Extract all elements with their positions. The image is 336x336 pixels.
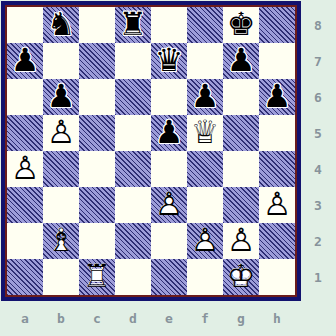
square-c7[interactable]	[79, 43, 115, 79]
square-c8[interactable]	[79, 7, 115, 43]
square-d7[interactable]	[115, 43, 151, 79]
piece-outline: ♙	[227, 224, 256, 256]
square-b2[interactable]: ♝♗	[43, 223, 79, 259]
square-f5[interactable]: ♛♕	[187, 115, 223, 151]
square-h6[interactable]: ♟	[259, 79, 295, 115]
file-label-d: d	[115, 302, 151, 334]
rank-label-4: 4	[303, 151, 333, 187]
square-d3[interactable]	[115, 187, 151, 223]
chess-board-inner-border: ♞♜♚♟♛♟♟♟♟♟♙♟♛♕♟♙♟♙♟♙♝♗♟♙♟♙♜♖♚♔	[5, 5, 297, 297]
piece-outline: ♖	[83, 260, 112, 292]
rank-label-2: 2	[303, 223, 333, 259]
rank-label-3: 3	[303, 187, 333, 223]
piece-glyph: ♚	[227, 8, 256, 40]
black-knight: ♞	[43, 7, 79, 43]
piece-glyph: ♟	[155, 116, 184, 148]
file-label-e: e	[151, 302, 187, 334]
square-h8[interactable]	[259, 7, 295, 43]
rank-label-7: 7	[303, 43, 333, 79]
square-g5[interactable]	[223, 115, 259, 151]
square-d4[interactable]	[115, 151, 151, 187]
black-king: ♚	[223, 7, 259, 43]
square-e7[interactable]: ♛	[151, 43, 187, 79]
piece-glyph: ♟	[47, 80, 76, 112]
square-b1[interactable]	[43, 259, 79, 295]
chess-board: ♞♜♚♟♛♟♟♟♟♟♙♟♛♕♟♙♟♙♟♙♝♗♟♙♟♙♜♖♚♔	[7, 7, 295, 295]
square-g4[interactable]	[223, 151, 259, 187]
square-e2[interactable]	[151, 223, 187, 259]
square-f1[interactable]	[187, 259, 223, 295]
white-pawn: ♟♙	[151, 187, 187, 223]
square-c3[interactable]	[79, 187, 115, 223]
square-e1[interactable]	[151, 259, 187, 295]
file-label-a: a	[7, 302, 43, 334]
rank-label-1: 1	[303, 259, 333, 295]
file-label-g: g	[223, 302, 259, 334]
square-a3[interactable]	[7, 187, 43, 223]
square-c6[interactable]	[79, 79, 115, 115]
piece-glyph: ♛	[155, 44, 184, 76]
rank-labels: 87654321	[303, 7, 333, 295]
chess-board-frame: ♞♜♚♟♛♟♟♟♟♟♙♟♛♕♟♙♟♙♟♙♝♗♟♙♟♙♜♖♚♔	[1, 1, 301, 301]
piece-fill: ♟	[11, 152, 39, 183]
black-pawn: ♟	[187, 79, 223, 115]
square-d2[interactable]	[115, 223, 151, 259]
square-b5[interactable]: ♟♙	[43, 115, 79, 151]
white-bishop: ♝♗	[43, 223, 79, 259]
square-d1[interactable]	[115, 259, 151, 295]
piece-glyph: ♟	[227, 44, 256, 76]
file-label-c: c	[79, 302, 115, 334]
piece-glyph: ♜	[119, 8, 148, 40]
piece-glyph: ♟	[191, 80, 220, 112]
square-g8[interactable]: ♚	[223, 7, 259, 43]
piece-outline: ♙	[47, 116, 76, 148]
square-a4[interactable]: ♟♙	[7, 151, 43, 187]
square-f6[interactable]: ♟	[187, 79, 223, 115]
piece-outline: ♔	[227, 260, 256, 292]
rank-label-6: 6	[303, 79, 333, 115]
square-g2[interactable]: ♟♙	[223, 223, 259, 259]
white-pawn: ♟♙	[259, 187, 295, 223]
piece-fill: ♟	[227, 224, 255, 255]
square-g3[interactable]	[223, 187, 259, 223]
black-pawn: ♟	[43, 79, 79, 115]
black-rook: ♜	[115, 7, 151, 43]
piece-glyph: ♟	[11, 44, 40, 76]
square-a7[interactable]: ♟	[7, 43, 43, 79]
square-c2[interactable]	[79, 223, 115, 259]
square-d5[interactable]	[115, 115, 151, 151]
file-label-f: f	[187, 302, 223, 334]
black-pawn: ♟	[7, 43, 43, 79]
piece-fill: ♟	[155, 188, 183, 219]
piece-glyph: ♞	[47, 8, 76, 40]
white-queen: ♛♕	[187, 115, 223, 151]
piece-fill: ♜	[83, 260, 111, 291]
black-queen: ♛	[151, 43, 187, 79]
white-pawn: ♟♙	[223, 223, 259, 259]
black-pawn: ♟	[223, 43, 259, 79]
white-rook: ♜♖	[79, 259, 115, 295]
white-king: ♚♔	[223, 259, 259, 295]
square-e8[interactable]	[151, 7, 187, 43]
white-pawn: ♟♙	[7, 151, 43, 187]
square-h2[interactable]	[259, 223, 295, 259]
piece-fill: ♟	[191, 224, 219, 255]
square-d8[interactable]: ♜	[115, 7, 151, 43]
square-c1[interactable]: ♜♖	[79, 259, 115, 295]
black-pawn: ♟	[259, 79, 295, 115]
square-e6[interactable]	[151, 79, 187, 115]
piece-outline: ♗	[47, 224, 76, 256]
rank-label-5: 5	[303, 115, 333, 151]
square-c4[interactable]	[79, 151, 115, 187]
square-e4[interactable]	[151, 151, 187, 187]
piece-outline: ♙	[11, 152, 40, 184]
piece-outline: ♙	[191, 224, 220, 256]
square-h4[interactable]	[259, 151, 295, 187]
square-g7[interactable]: ♟	[223, 43, 259, 79]
white-pawn: ♟♙	[187, 223, 223, 259]
square-b7[interactable]	[43, 43, 79, 79]
square-f2[interactable]: ♟♙	[187, 223, 223, 259]
square-a2[interactable]	[7, 223, 43, 259]
square-a8[interactable]	[7, 7, 43, 43]
square-h5[interactable]	[259, 115, 295, 151]
piece-fill: ♝	[47, 224, 75, 255]
white-pawn: ♟♙	[43, 115, 79, 151]
square-b3[interactable]	[43, 187, 79, 223]
square-b6[interactable]: ♟	[43, 79, 79, 115]
square-a5[interactable]	[7, 115, 43, 151]
piece-glyph: ♟	[263, 80, 292, 112]
square-f7[interactable]	[187, 43, 223, 79]
square-f3[interactable]	[187, 187, 223, 223]
square-h3[interactable]: ♟♙	[259, 187, 295, 223]
square-f8[interactable]	[187, 7, 223, 43]
file-labels: abcdefgh	[7, 302, 295, 334]
piece-outline: ♕	[191, 116, 220, 148]
square-h1[interactable]	[259, 259, 295, 295]
square-g1[interactable]: ♚♔	[223, 259, 259, 295]
file-label-b: b	[43, 302, 79, 334]
file-label-h: h	[259, 302, 295, 334]
piece-fill: ♟	[47, 116, 75, 147]
piece-outline: ♙	[263, 188, 292, 220]
square-d6[interactable]	[115, 79, 151, 115]
square-h7[interactable]	[259, 43, 295, 79]
piece-outline: ♙	[155, 188, 184, 220]
piece-fill: ♛	[191, 116, 219, 147]
square-a1[interactable]	[7, 259, 43, 295]
square-e5[interactable]: ♟	[151, 115, 187, 151]
piece-fill: ♚	[227, 260, 255, 291]
piece-fill: ♟	[263, 188, 291, 219]
square-e3[interactable]: ♟♙	[151, 187, 187, 223]
square-b4[interactable]	[43, 151, 79, 187]
rank-label-8: 8	[303, 7, 333, 43]
square-a6[interactable]	[7, 79, 43, 115]
black-pawn: ♟	[151, 115, 187, 151]
square-c5[interactable]	[79, 115, 115, 151]
square-g6[interactable]	[223, 79, 259, 115]
square-b8[interactable]: ♞	[43, 7, 79, 43]
square-f4[interactable]	[187, 151, 223, 187]
